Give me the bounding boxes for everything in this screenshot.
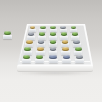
- clear-cup: [62, 59, 71, 63]
- board-piece-r2c5[interactable]: [71, 32, 79, 39]
- clear-cup: [3, 35, 12, 39]
- board-piece-r2c1[interactable]: [27, 32, 35, 39]
- green-plant-top: [50, 26, 56, 30]
- clear-cup: [35, 59, 44, 63]
- green-plant-top: [40, 26, 46, 30]
- yellow-plant-top: [62, 40, 68, 44]
- board-piece-r5c4[interactable]: [62, 55, 71, 64]
- board-piece-r2c4[interactable]: [60, 32, 68, 39]
- board-piece-r2c3[interactable]: [49, 32, 57, 39]
- studio-backdrop: [0, 0, 102, 102]
- gray-plant-top: [73, 40, 79, 44]
- board-piece-r2c2[interactable]: [38, 32, 46, 39]
- board-piece-r5c3[interactable]: [49, 55, 58, 64]
- board-piece-r1c1[interactable]: [29, 26, 36, 33]
- clear-cup: [49, 59, 58, 63]
- board-piece-r1c5[interactable]: [70, 26, 77, 33]
- green-plant-top: [50, 40, 56, 44]
- gray-plant-top: [38, 40, 44, 44]
- yellow-plant-top: [26, 40, 32, 44]
- clear-cup: [75, 59, 84, 63]
- board-piece-r5c2[interactable]: [35, 55, 44, 64]
- board-piece-offboard[interactable]: [3, 31, 12, 39]
- green-plant-top: [75, 47, 82, 51]
- board-front-edge: [17, 66, 93, 72]
- blue-plant-top: [49, 55, 56, 60]
- board-piece-r1c2[interactable]: [39, 26, 46, 33]
- board-piece-r5c5[interactable]: [75, 55, 84, 64]
- clear-cup: [22, 59, 31, 63]
- board-piece-r1c4[interactable]: [60, 26, 67, 33]
- board-piece-r1c3[interactable]: [50, 26, 57, 33]
- board-piece-r5c1[interactable]: [22, 55, 31, 64]
